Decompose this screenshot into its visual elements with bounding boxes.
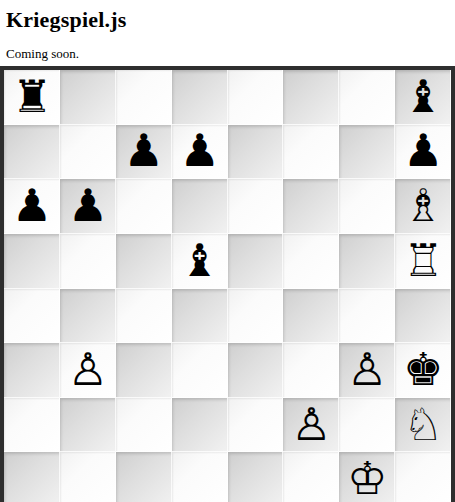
- square-e2[interactable]: [228, 398, 284, 453]
- square-b2[interactable]: [60, 398, 116, 453]
- square-d1[interactable]: [172, 452, 228, 502]
- square-h3[interactable]: ♚: [395, 343, 451, 398]
- square-f8[interactable]: [283, 70, 339, 125]
- piece-black-pawn: ♟: [179, 128, 219, 173]
- square-g6[interactable]: [339, 179, 395, 234]
- square-f1[interactable]: [283, 452, 339, 502]
- square-c3[interactable]: [116, 343, 172, 398]
- piece-white-pawn: ♙: [347, 347, 387, 392]
- square-h4[interactable]: [395, 289, 451, 344]
- square-f7[interactable]: [283, 125, 339, 180]
- square-e6[interactable]: [228, 179, 284, 234]
- piece-white-pawn: ♙: [68, 347, 108, 392]
- square-c2[interactable]: [116, 398, 172, 453]
- square-d2[interactable]: [172, 398, 228, 453]
- square-g1[interactable]: ♔: [339, 452, 395, 502]
- square-g5[interactable]: [339, 234, 395, 289]
- square-c6[interactable]: [116, 179, 172, 234]
- page-subtitle: Coming soon.: [6, 46, 455, 62]
- piece-white-pawn: ♙: [291, 402, 331, 447]
- square-h7[interactable]: ♟: [395, 125, 451, 180]
- page-header: Kriegspiel.js Coming soon.: [0, 0, 455, 62]
- square-c5[interactable]: [116, 234, 172, 289]
- square-b5[interactable]: [60, 234, 116, 289]
- square-f5[interactable]: [283, 234, 339, 289]
- square-d8[interactable]: [172, 70, 228, 125]
- piece-black-king: ♚: [403, 347, 443, 392]
- square-f2[interactable]: ♙: [283, 398, 339, 453]
- square-a8[interactable]: ♜: [4, 70, 60, 125]
- square-d6[interactable]: [172, 179, 228, 234]
- square-c4[interactable]: [116, 289, 172, 344]
- square-b4[interactable]: [60, 289, 116, 344]
- square-e3[interactable]: [228, 343, 284, 398]
- square-e4[interactable]: [228, 289, 284, 344]
- square-e5[interactable]: [228, 234, 284, 289]
- piece-black-pawn: ♟: [124, 128, 164, 173]
- square-a6[interactable]: ♟: [4, 179, 60, 234]
- piece-white-rook: ♖: [403, 238, 443, 283]
- square-f6[interactable]: [283, 179, 339, 234]
- square-h1[interactable]: [395, 452, 451, 502]
- square-a3[interactable]: [4, 343, 60, 398]
- piece-black-bishop: ♝: [403, 74, 443, 119]
- square-b6[interactable]: ♟: [60, 179, 116, 234]
- square-g8[interactable]: [339, 70, 395, 125]
- square-a7[interactable]: [4, 125, 60, 180]
- piece-black-pawn: ♟: [12, 183, 52, 228]
- square-b3[interactable]: ♙: [60, 343, 116, 398]
- square-g2[interactable]: [339, 398, 395, 453]
- chess-board: ♜♝♟♟♟♟♟♗♝♖♙♙♚♙♘♔: [0, 66, 455, 502]
- square-c1[interactable]: [116, 452, 172, 502]
- square-b1[interactable]: [60, 452, 116, 502]
- piece-black-rook: ♜: [12, 74, 52, 119]
- square-b8[interactable]: [60, 70, 116, 125]
- square-c7[interactable]: ♟: [116, 125, 172, 180]
- square-d4[interactable]: [172, 289, 228, 344]
- piece-white-king: ♔: [347, 456, 387, 501]
- square-h8[interactable]: ♝: [395, 70, 451, 125]
- square-b7[interactable]: [60, 125, 116, 180]
- square-e7[interactable]: [228, 125, 284, 180]
- square-d3[interactable]: [172, 343, 228, 398]
- square-e1[interactable]: [228, 452, 284, 502]
- square-d5[interactable]: ♝: [172, 234, 228, 289]
- square-h5[interactable]: ♖: [395, 234, 451, 289]
- square-f4[interactable]: [283, 289, 339, 344]
- square-c8[interactable]: [116, 70, 172, 125]
- square-a2[interactable]: [4, 398, 60, 453]
- piece-black-pawn: ♟: [68, 183, 108, 228]
- square-g7[interactable]: [339, 125, 395, 180]
- square-a1[interactable]: [4, 452, 60, 502]
- piece-black-pawn: ♟: [403, 128, 443, 173]
- square-h2[interactable]: ♘: [395, 398, 451, 453]
- square-h6[interactable]: ♗: [395, 179, 451, 234]
- square-e8[interactable]: [228, 70, 284, 125]
- square-g3[interactable]: ♙: [339, 343, 395, 398]
- piece-white-bishop: ♗: [403, 183, 443, 228]
- piece-black-bishop: ♝: [179, 238, 219, 283]
- page-title: Kriegspiel.js: [6, 7, 455, 33]
- square-f3[interactable]: [283, 343, 339, 398]
- piece-white-knight: ♘: [403, 402, 443, 447]
- square-a4[interactable]: [4, 289, 60, 344]
- square-d7[interactable]: ♟: [172, 125, 228, 180]
- square-g4[interactable]: [339, 289, 395, 344]
- square-a5[interactable]: [4, 234, 60, 289]
